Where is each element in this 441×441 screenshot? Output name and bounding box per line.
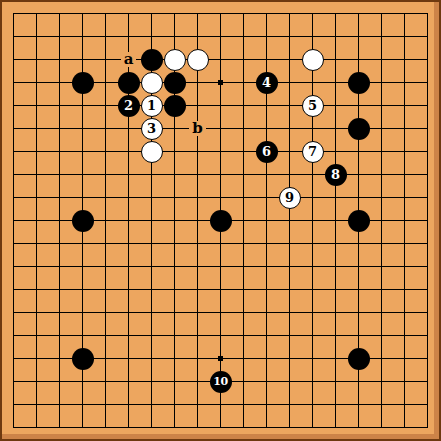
stone-black-move-8: 8	[325, 164, 347, 186]
stone-black	[348, 72, 370, 94]
stone-black	[118, 72, 140, 94]
go-board: 42153678910ab	[0, 0, 441, 441]
stone-white-move-3: 3	[141, 118, 163, 140]
stone-black	[72, 348, 94, 370]
stone-black	[210, 210, 232, 232]
hoshi-dot	[218, 356, 223, 361]
hoshi-dot	[218, 80, 223, 85]
stone-black	[348, 210, 370, 232]
stone-white	[187, 49, 209, 71]
stone-white	[141, 72, 163, 94]
stone-black	[348, 118, 370, 140]
stone-white-move-1: 1	[141, 95, 163, 117]
stone-black-move-4: 4	[256, 72, 278, 94]
stone-black-move-10: 10	[210, 371, 232, 393]
stone-black	[164, 95, 186, 117]
stone-black	[164, 72, 186, 94]
stone-white-move-9: 9	[279, 187, 301, 209]
stone-black-move-6: 6	[256, 141, 278, 163]
stone-black	[141, 49, 163, 71]
stone-black-move-2: 2	[118, 95, 140, 117]
point-label-a: a	[121, 52, 137, 67]
stone-black	[348, 348, 370, 370]
stone-white-move-7: 7	[302, 141, 324, 163]
point-label-b: b	[189, 121, 206, 136]
board-grid: 42153678910ab	[2, 2, 439, 439]
stone-white	[164, 49, 186, 71]
stone-black	[72, 210, 94, 232]
stone-white	[141, 141, 163, 163]
stone-white	[302, 49, 324, 71]
stone-white-move-5: 5	[302, 95, 324, 117]
stone-black	[72, 72, 94, 94]
